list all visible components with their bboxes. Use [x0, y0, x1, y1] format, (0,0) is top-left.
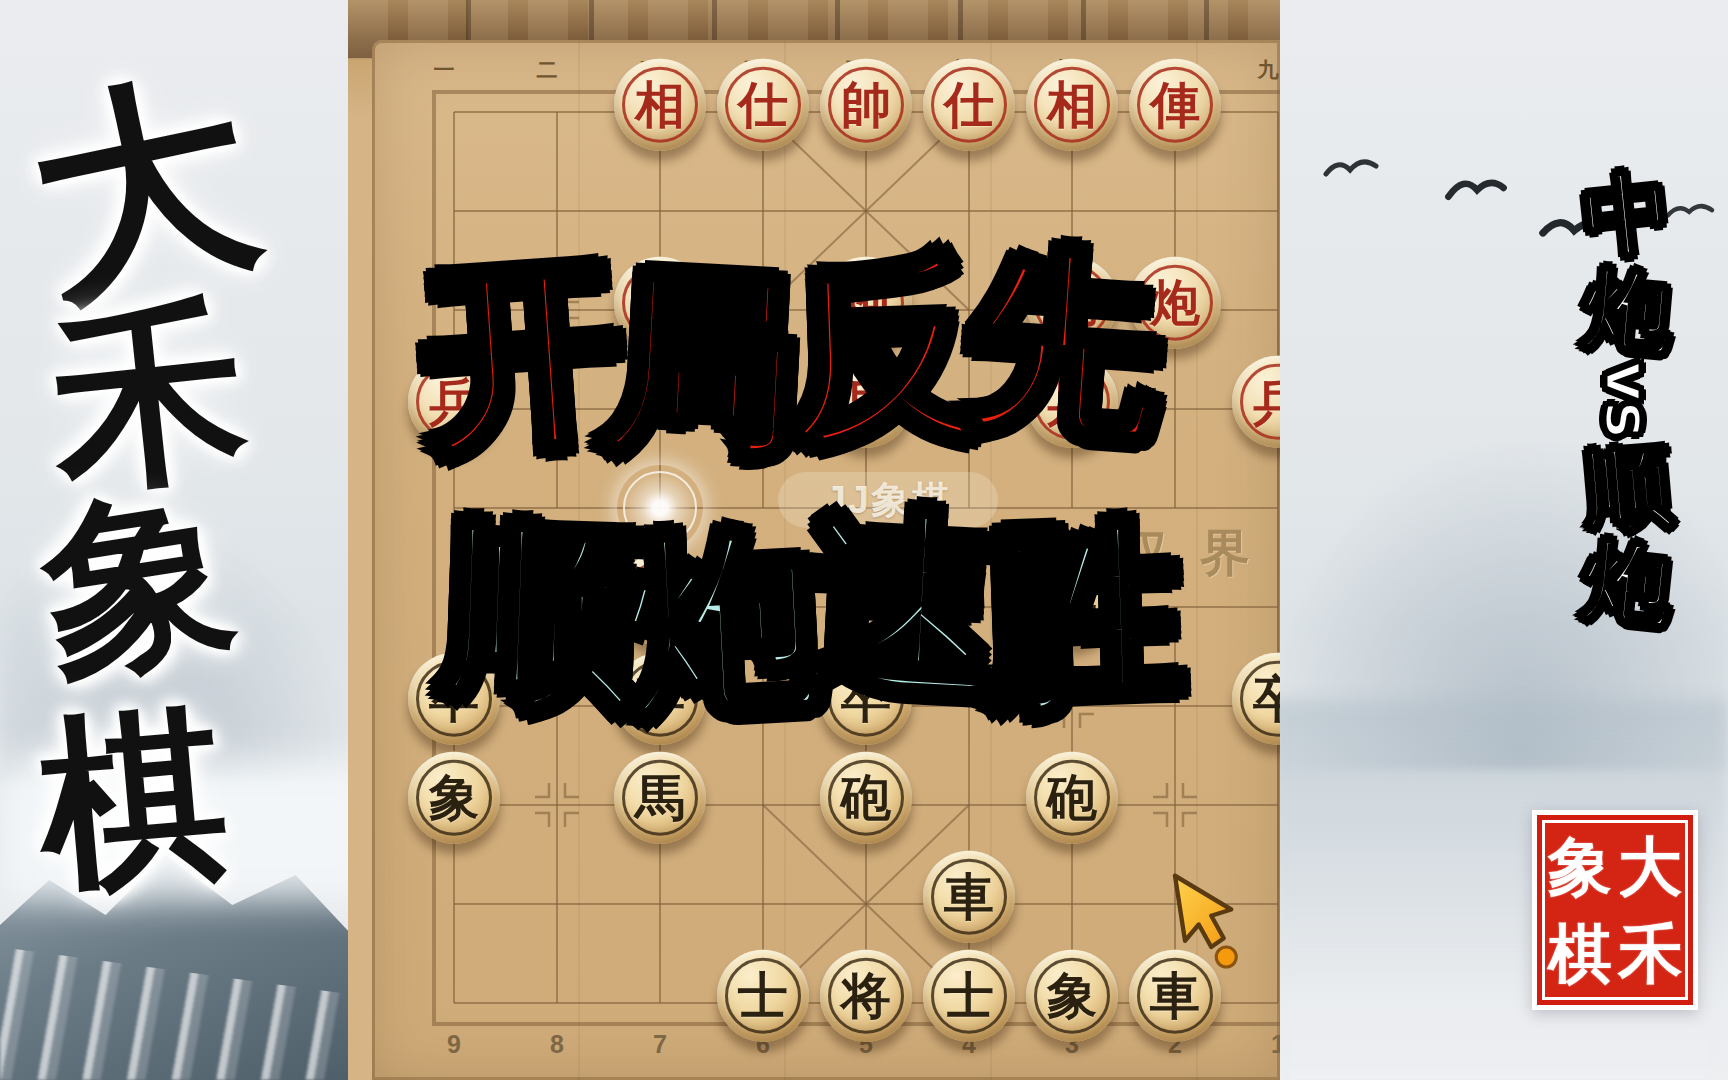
xiangqi-piece-red[interactable]: 相 — [614, 59, 706, 151]
thumbnail-root: { "game": "xiangqi", "app": {"watermark"… — [0, 0, 1728, 1080]
xiangqi-piece-red[interactable]: 帥 — [820, 59, 912, 151]
piece-glyph: 象 — [1047, 971, 1097, 1021]
xiangqi-piece-black[interactable]: 砲 — [1026, 752, 1118, 844]
overlay-title-line1: 开局反先 — [432, 252, 1152, 448]
slogan-char: vs — [1596, 360, 1659, 437]
xiangqi-piece-black[interactable]: 将 — [820, 950, 912, 1042]
seal-characters: 象 大 棋 禾 — [1545, 823, 1685, 997]
piece-glyph: 車 — [1150, 971, 1200, 1021]
overlay-title-char: 炮 — [620, 519, 826, 725]
xiangqi-piece-red[interactable]: 仕 — [923, 59, 1015, 151]
overlay-title-char: 局 — [598, 261, 804, 467]
slogan-char: 炮 — [1580, 534, 1677, 632]
xiangqi-piece-black[interactable]: 士 — [717, 950, 809, 1042]
piece-glyph: 砲 — [841, 773, 891, 823]
waterfall — [0, 890, 352, 1080]
overlay-title-char: 反 — [781, 249, 984, 452]
bird-icon — [1322, 152, 1380, 186]
overlay-title-char: 顺 — [440, 513, 643, 716]
piece-glyph: 車 — [944, 872, 994, 922]
xiangqi-piece-black[interactable]: 馬 — [614, 752, 706, 844]
piece-glyph: 兵 — [1253, 377, 1280, 427]
seal-char: 棋 — [1548, 922, 1612, 986]
slogan-char: 炮 — [1580, 262, 1675, 359]
xiangqi-piece-red[interactable]: 仕 — [717, 59, 809, 151]
overlay-title-char: 先 — [958, 239, 1167, 448]
xiangqi-piece-red[interactable]: 相 — [1026, 59, 1118, 151]
xiangqi-piece-black[interactable]: 砲 — [820, 752, 912, 844]
seal-stamp: 象 大 棋 禾 — [1532, 810, 1698, 1010]
piece-glyph: 相 — [635, 80, 685, 130]
overlay-title-char: 速 — [799, 501, 1005, 707]
xiangqi-piece-black[interactable]: 士 — [923, 950, 1015, 1042]
piece-glyph: 相 — [1047, 80, 1097, 130]
overlay-title-char: 开 — [418, 251, 627, 460]
xiangqi-piece-red[interactable]: 俥 — [1129, 59, 1221, 151]
slogan-char: 顺 — [1580, 439, 1675, 536]
xiangqi-piece-black[interactable]: 車 — [923, 851, 1015, 943]
piece-glyph: 帥 — [841, 80, 891, 130]
calligraphy-char: 象 — [30, 474, 245, 689]
piece-glyph: 将 — [841, 971, 891, 1021]
xiangqi-piece-black[interactable]: 象 — [1026, 950, 1118, 1042]
seal-char: 禾 — [1618, 922, 1682, 986]
piece-glyph: 馬 — [635, 773, 685, 823]
bird-icon — [1444, 170, 1508, 208]
piece-glyph: 仕 — [944, 80, 994, 130]
seal-char: 象 — [1548, 835, 1612, 899]
right-slogan: 中 炮 vs 顺 炮 — [1568, 170, 1688, 628]
piece-glyph: 象 — [429, 773, 479, 823]
piece-glyph: 士 — [738, 971, 788, 1021]
overlay-title-line2: 顺炮速胜 — [452, 512, 1172, 708]
piece-glyph: 士 — [944, 971, 994, 1021]
xiangqi-piece-black[interactable]: 象 — [408, 752, 500, 844]
overlay-title-char: 胜 — [981, 515, 1184, 718]
piece-glyph: 卒 — [1253, 674, 1280, 724]
mouse-cursor-icon — [1166, 872, 1244, 972]
calligraphy-char: 棋 — [32, 698, 234, 900]
seal-char: 大 — [1618, 835, 1682, 899]
slogan-char: 中 — [1580, 166, 1677, 264]
piece-glyph: 砲 — [1047, 773, 1097, 823]
piece-glyph: 仕 — [738, 80, 788, 130]
seal-border: 象 大 棋 禾 — [1537, 815, 1693, 1005]
calligraphy-char: 大 — [14, 58, 273, 317]
piece-glyph: 俥 — [1150, 80, 1200, 130]
